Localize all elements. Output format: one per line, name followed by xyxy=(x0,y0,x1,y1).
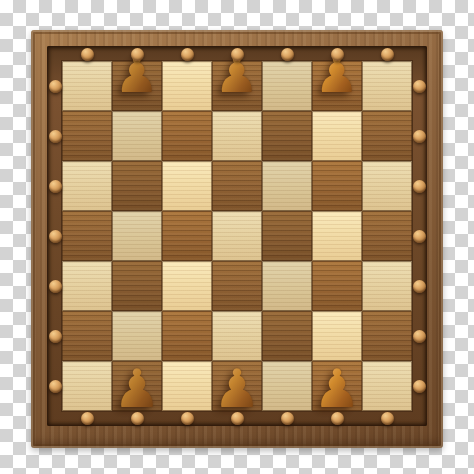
board-square[interactable] xyxy=(362,311,412,361)
bead-ornament xyxy=(413,330,426,343)
board-square[interactable] xyxy=(112,111,162,161)
bead-ornament xyxy=(381,412,394,425)
bead-ornament xyxy=(49,380,62,393)
board-square[interactable] xyxy=(162,111,212,161)
board-square[interactable] xyxy=(362,61,412,111)
bead-ornament xyxy=(281,412,294,425)
board-square[interactable] xyxy=(162,61,212,111)
board-square[interactable] xyxy=(312,311,362,361)
board-square[interactable] xyxy=(162,161,212,211)
board-square[interactable] xyxy=(62,111,112,161)
board-square[interactable]: ♟ xyxy=(212,61,262,111)
bead-ornament xyxy=(413,230,426,243)
board-square[interactable]: ♟ xyxy=(112,361,162,411)
bead-ornament xyxy=(413,380,426,393)
bead-ornament xyxy=(181,412,194,425)
bead-border: ♟♟♟♟♟♟ xyxy=(47,46,427,426)
board-square[interactable] xyxy=(262,161,312,211)
bead-ornament xyxy=(413,280,426,293)
bead-ornament xyxy=(413,80,426,93)
board-square[interactable] xyxy=(112,261,162,311)
board-square[interactable] xyxy=(62,361,112,411)
pawn-piece[interactable]: ♟ xyxy=(313,362,361,415)
bead-ornament xyxy=(49,80,62,93)
bead-ornament xyxy=(331,412,344,425)
board-square[interactable] xyxy=(112,161,162,211)
pawn-piece[interactable]: ♟ xyxy=(113,362,161,415)
bead-ornament xyxy=(49,230,62,243)
board-square[interactable] xyxy=(362,111,412,161)
board-square[interactable] xyxy=(212,211,262,261)
bead-ornament xyxy=(413,180,426,193)
board-square[interactable] xyxy=(262,211,312,261)
board-square[interactable] xyxy=(112,211,162,261)
board-square[interactable]: ♟ xyxy=(212,361,262,411)
board-square[interactable] xyxy=(112,311,162,361)
board-square[interactable]: ♟ xyxy=(312,61,362,111)
board-square[interactable] xyxy=(312,111,362,161)
board-square[interactable] xyxy=(212,161,262,211)
bead-ornament xyxy=(49,180,62,193)
bead-ornament xyxy=(413,130,426,143)
bead-ornament xyxy=(49,330,62,343)
bead-ornament xyxy=(281,48,294,61)
bead-ornament xyxy=(81,412,94,425)
bead-ornament xyxy=(131,412,144,425)
bead-ornament xyxy=(231,48,244,61)
board-square[interactable] xyxy=(212,261,262,311)
board-square[interactable] xyxy=(162,261,212,311)
bead-ornament xyxy=(331,48,344,61)
board-square[interactable] xyxy=(62,211,112,261)
bead-ornament xyxy=(181,48,194,61)
chessboard: ♟♟♟♟♟♟ xyxy=(31,30,443,448)
bead-ornament xyxy=(49,280,62,293)
board-square[interactable] xyxy=(262,261,312,311)
board-square[interactable] xyxy=(312,261,362,311)
board-square[interactable]: ♟ xyxy=(112,61,162,111)
pawn-piece[interactable]: ♟ xyxy=(213,362,261,415)
board-square[interactable] xyxy=(262,111,312,161)
board-square[interactable] xyxy=(362,361,412,411)
board-square[interactable] xyxy=(212,111,262,161)
bead-ornament xyxy=(131,48,144,61)
board-square[interactable] xyxy=(362,161,412,211)
board-square[interactable] xyxy=(212,311,262,361)
bead-ornament xyxy=(231,412,244,425)
board-square[interactable] xyxy=(262,361,312,411)
bead-ornament xyxy=(49,130,62,143)
bead-ornament xyxy=(381,48,394,61)
board-square[interactable] xyxy=(162,361,212,411)
board-square[interactable] xyxy=(62,261,112,311)
board-square[interactable] xyxy=(162,311,212,361)
board-grid: ♟♟♟♟♟♟ xyxy=(62,61,412,411)
board-square[interactable] xyxy=(362,261,412,311)
board-square[interactable] xyxy=(62,311,112,361)
board-square[interactable] xyxy=(312,161,362,211)
board-square[interactable] xyxy=(312,211,362,261)
board-square[interactable] xyxy=(362,211,412,261)
board-square[interactable] xyxy=(62,161,112,211)
bead-ornament xyxy=(81,48,94,61)
board-square[interactable] xyxy=(262,61,312,111)
board-square[interactable] xyxy=(262,311,312,361)
board-square[interactable]: ♟ xyxy=(312,361,362,411)
board-square[interactable] xyxy=(62,61,112,111)
board-square[interactable] xyxy=(162,211,212,261)
